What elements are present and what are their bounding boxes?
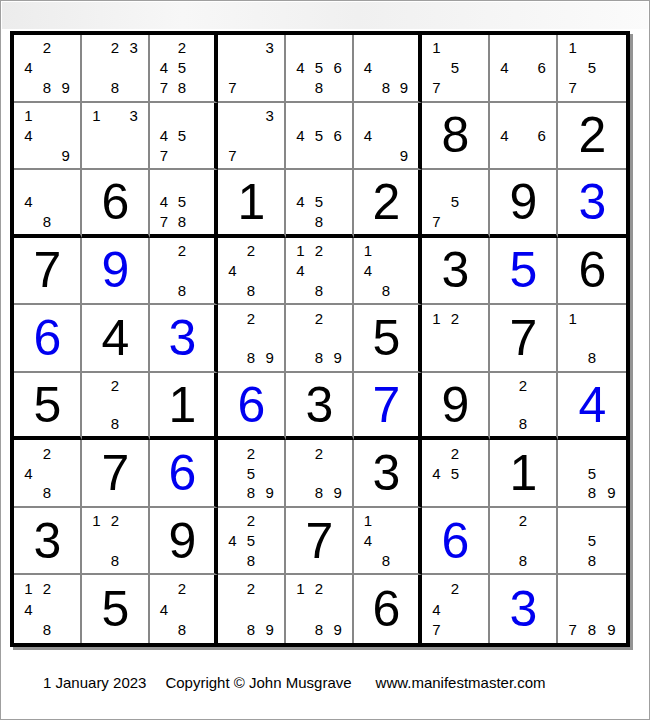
given-digit: 9 (510, 177, 537, 227)
candidate-digit-4: 4 (291, 261, 310, 281)
cell-r3c1[interactable]: 48 (14, 170, 82, 238)
candidate-digit-9: 9 (395, 78, 413, 98)
candidate-empty (427, 58, 446, 78)
cell-r6c9[interactable]: 4 (558, 373, 626, 441)
candidate-empty (242, 38, 261, 58)
candidate-grid: 2458 (218, 508, 284, 574)
cell-r8c5[interactable]: 7 (286, 508, 354, 576)
cell-r6c6[interactable]: 7 (354, 373, 422, 441)
candidate-empty (495, 531, 514, 551)
candidate-empty (464, 211, 483, 230)
candidate-empty (446, 38, 465, 58)
candidate-digit-5: 5 (173, 125, 191, 145)
cell-r8c3[interactable]: 9 (150, 508, 218, 576)
candidate-empty (495, 145, 514, 165)
candidate-digit-1: 1 (359, 511, 377, 531)
cell-r2c5[interactable]: 456 (286, 103, 354, 171)
candidate-grid: 456 (286, 103, 352, 169)
candidate-digit-4: 4 (155, 58, 173, 78)
candidate-empty (427, 328, 446, 348)
candidate-empty (223, 328, 242, 348)
cell-r2c7[interactable]: 8 (422, 103, 490, 171)
cell-r5c3[interactable]: 3 (150, 305, 218, 373)
candidate-empty (223, 511, 242, 531)
candidate-grid: 58 (558, 508, 626, 574)
cell-r1c6[interactable]: 489 (354, 35, 422, 103)
candidate-empty (191, 261, 209, 281)
cell-r6c4[interactable]: 6 (218, 373, 286, 441)
candidate-empty (260, 78, 279, 98)
candidate-empty (464, 308, 483, 328)
cell-r2c9[interactable]: 2 (558, 103, 626, 171)
candidate-empty (56, 38, 75, 58)
candidate-empty (377, 125, 395, 145)
candidate-digit-2: 2 (242, 443, 261, 463)
solved-digit: 3 (579, 177, 606, 227)
candidate-empty (427, 348, 446, 368)
candidate-grid: 28 (82, 373, 148, 437)
candidate-grid: 28 (490, 508, 556, 574)
candidate-empty (242, 145, 261, 165)
candidate-empty (106, 145, 125, 165)
candidate-empty (495, 106, 514, 126)
cell-r7c7[interactable]: 245 (422, 440, 490, 508)
candidate-empty (395, 38, 413, 58)
cell-r1c3[interactable]: 24578 (150, 35, 218, 103)
candidate-empty (495, 414, 514, 433)
candidate-empty (328, 192, 347, 211)
cell-r2c6[interactable]: 49 (354, 103, 422, 171)
candidate-empty (223, 125, 242, 145)
candidate-empty (310, 38, 329, 58)
candidate-digit-8: 8 (173, 619, 191, 640)
candidate-empty (242, 78, 261, 98)
cell-r4c7[interactable]: 3 (422, 238, 490, 306)
candidate-digit-9: 9 (328, 619, 347, 640)
cell-r8c7[interactable]: 6 (422, 508, 490, 576)
candidate-digit-4: 4 (291, 192, 310, 211)
candidate-digit-8: 8 (106, 551, 125, 571)
cell-r5c6[interactable]: 5 (354, 305, 422, 373)
candidate-empty (602, 348, 621, 368)
cell-r6c1[interactable]: 5 (14, 373, 82, 441)
given-digit: 1 (510, 448, 537, 498)
cell-r4c1[interactable]: 7 (14, 238, 82, 306)
candidate-empty (106, 531, 125, 551)
candidate-empty (87, 38, 106, 58)
candidate-empty (191, 38, 209, 58)
candidate-empty (155, 619, 173, 640)
cell-r7c1[interactable]: 248 (14, 440, 82, 508)
cell-r7c8[interactable]: 1 (490, 440, 558, 508)
candidate-grid: 1248 (286, 238, 352, 304)
candidate-digit-8: 8 (310, 483, 329, 503)
candidate-empty (56, 106, 75, 126)
candidate-empty (602, 78, 621, 98)
candidate-empty (155, 261, 173, 281)
candidate-digit-9: 9 (328, 348, 347, 368)
candidate-empty (464, 599, 483, 620)
candidate-empty (56, 619, 75, 640)
candidate-empty (191, 173, 209, 192)
candidate-empty (563, 348, 582, 368)
cell-r5c2[interactable]: 4 (82, 305, 150, 373)
cell-r4c9[interactable]: 6 (558, 238, 626, 306)
candidate-empty (291, 348, 310, 368)
candidate-empty (155, 106, 173, 126)
cell-r7c4[interactable]: 2589 (218, 440, 286, 508)
candidate-empty (38, 463, 57, 483)
cell-r3c3[interactable]: 4578 (150, 170, 218, 238)
candidate-digit-4: 4 (359, 261, 377, 281)
given-digit: 4 (102, 313, 129, 363)
candidate-grid: 2489 (14, 35, 80, 101)
candidate-empty (291, 106, 310, 126)
cell-r6c7[interactable]: 9 (422, 373, 490, 441)
candidate-digit-2: 2 (106, 38, 125, 58)
candidate-empty (223, 348, 242, 368)
cell-r9c1[interactable]: 1248 (14, 575, 82, 643)
cell-r7c5[interactable]: 289 (286, 440, 354, 508)
cell-r8c2[interactable]: 128 (82, 508, 150, 576)
candidate-empty (582, 443, 601, 463)
candidate-digit-8: 8 (38, 211, 57, 230)
cell-r7c9[interactable]: 589 (558, 440, 626, 508)
candidate-digit-7: 7 (155, 78, 173, 98)
candidate-empty (291, 78, 310, 98)
candidate-empty (446, 78, 465, 98)
candidate-empty (191, 106, 209, 126)
candidate-empty (377, 58, 395, 78)
cell-r5c9[interactable]: 18 (558, 305, 626, 373)
candidate-digit-8: 8 (582, 551, 601, 571)
candidate-empty (260, 551, 279, 571)
candidate-empty (38, 173, 57, 192)
candidate-empty (377, 531, 395, 551)
candidate-digit-5: 5 (310, 125, 329, 145)
cell-r3c2[interactable]: 6 (82, 170, 150, 238)
candidate-empty (514, 106, 533, 126)
cell-r1c8[interactable]: 46 (490, 35, 558, 103)
candidate-empty (87, 145, 106, 165)
candidate-empty (359, 280, 377, 300)
cell-r5c7[interactable]: 12 (422, 305, 490, 373)
candidate-digit-3: 3 (260, 38, 279, 58)
candidate-empty (427, 578, 446, 599)
candidate-digit-2: 2 (38, 443, 57, 463)
candidate-digit-8: 8 (242, 280, 261, 300)
candidate-digit-1: 1 (291, 578, 310, 599)
candidate-empty (563, 463, 582, 483)
candidate-digit-4: 4 (359, 125, 377, 145)
candidate-empty (106, 125, 125, 145)
candidate-empty (328, 173, 347, 192)
candidate-empty (56, 463, 75, 483)
candidate-empty (191, 578, 209, 599)
candidate-empty (328, 106, 347, 126)
cell-r1c4[interactable]: 37 (218, 35, 286, 103)
cell-r3c8[interactable]: 9 (490, 170, 558, 238)
candidate-digit-6: 6 (532, 58, 551, 78)
candidate-empty (223, 241, 242, 261)
candidate-empty (260, 599, 279, 620)
candidate-digit-7: 7 (223, 145, 242, 165)
candidate-digit-9: 9 (260, 619, 279, 640)
candidate-empty (291, 173, 310, 192)
cell-r9c5[interactable]: 1289 (286, 575, 354, 643)
candidate-digit-6: 6 (328, 125, 347, 145)
candidate-empty (602, 58, 621, 78)
candidate-empty (464, 443, 483, 463)
candidate-empty (291, 145, 310, 165)
candidate-empty (395, 511, 413, 531)
given-digit: 5 (34, 380, 61, 430)
cell-r4c4[interactable]: 248 (218, 238, 286, 306)
candidate-digit-4: 4 (427, 463, 446, 483)
candidate-empty (427, 483, 446, 503)
candidate-empty (464, 463, 483, 483)
candidate-grid: 245 (422, 440, 488, 506)
cell-r4c6[interactable]: 148 (354, 238, 422, 306)
cell-r5c5[interactable]: 289 (286, 305, 354, 373)
candidate-empty (56, 58, 75, 78)
candidate-empty (328, 211, 347, 230)
cell-r1c5[interactable]: 4568 (286, 35, 354, 103)
candidate-digit-5: 5 (446, 192, 465, 211)
cell-r9c4[interactable]: 289 (218, 575, 286, 643)
candidate-grid: 128 (82, 508, 148, 574)
candidate-grid: 247 (422, 575, 488, 643)
candidate-empty (56, 599, 75, 620)
candidate-empty (56, 578, 75, 599)
candidate-empty (328, 578, 347, 599)
candidate-empty (173, 599, 191, 620)
candidate-empty (242, 58, 261, 78)
cell-r5c1[interactable]: 6 (14, 305, 82, 373)
candidate-empty (427, 443, 446, 463)
candidate-empty (291, 599, 310, 620)
cell-r4c3[interactable]: 28 (150, 238, 218, 306)
candidate-digit-2: 2 (173, 578, 191, 599)
candidate-empty (563, 483, 582, 503)
candidate-empty (56, 483, 75, 503)
candidate-empty (464, 58, 483, 78)
candidate-empty (377, 261, 395, 281)
candidate-digit-2: 2 (310, 241, 329, 261)
cell-r1c9[interactable]: 157 (558, 35, 626, 103)
cell-r9c6[interactable]: 6 (354, 575, 422, 643)
cell-r1c2[interactable]: 238 (82, 35, 150, 103)
candidate-empty (223, 58, 242, 78)
candidate-empty (582, 308, 601, 328)
cell-r9c9[interactable]: 789 (558, 575, 626, 643)
candidate-grid: 48 (14, 170, 80, 234)
candidate-empty (124, 395, 143, 414)
given-digit: 3 (34, 516, 61, 566)
given-digit: 1 (169, 380, 196, 430)
candidate-empty (359, 551, 377, 571)
candidate-digit-1: 1 (291, 241, 310, 261)
candidate-empty (395, 125, 413, 145)
candidate-empty (328, 78, 347, 98)
candidate-empty (291, 211, 310, 230)
solved-digit: 5 (510, 245, 537, 295)
cell-r7c6[interactable]: 3 (354, 440, 422, 508)
cell-r4c8[interactable]: 5 (490, 238, 558, 306)
candidate-empty (223, 308, 242, 328)
cell-r2c3[interactable]: 457 (150, 103, 218, 171)
candidate-empty (191, 619, 209, 640)
candidate-digit-5: 5 (582, 531, 601, 551)
candidate-empty (582, 78, 601, 98)
cell-r7c2[interactable]: 7 (82, 440, 150, 508)
candidate-digit-2: 2 (38, 38, 57, 58)
footer: 1 January 2023Copyright © John Musgravew… (43, 674, 546, 691)
candidate-digit-2: 2 (446, 308, 465, 328)
cell-r8c6[interactable]: 148 (354, 508, 422, 576)
candidate-empty (191, 125, 209, 145)
candidate-empty (242, 328, 261, 348)
candidate-empty (582, 511, 601, 531)
cell-r6c8[interactable]: 28 (490, 373, 558, 441)
candidate-empty (495, 38, 514, 58)
candidate-digit-9: 9 (602, 483, 621, 503)
cell-r2c1[interactable]: 149 (14, 103, 82, 171)
cell-r3c7[interactable]: 57 (422, 170, 490, 238)
candidate-empty (260, 241, 279, 261)
candidate-empty (464, 173, 483, 192)
candidate-grid: 458 (286, 170, 352, 234)
candidate-empty (191, 145, 209, 165)
cell-r4c5[interactable]: 1248 (286, 238, 354, 306)
candidate-empty (563, 511, 582, 531)
candidate-grid: 157 (558, 35, 626, 101)
cell-r6c2[interactable]: 28 (82, 373, 150, 441)
candidate-empty (124, 531, 143, 551)
candidate-digit-8: 8 (582, 348, 601, 368)
candidate-grid: 248 (150, 575, 214, 643)
given-digit: 3 (306, 380, 333, 430)
candidate-empty (191, 78, 209, 98)
candidate-digit-6: 6 (328, 58, 347, 78)
candidate-empty (19, 145, 38, 165)
candidate-empty (56, 211, 75, 230)
candidate-empty (242, 599, 261, 620)
candidate-empty (56, 192, 75, 211)
candidate-grid: 489 (354, 35, 418, 101)
candidate-empty (56, 173, 75, 192)
candidate-empty (602, 551, 621, 571)
header-band (2, 2, 648, 29)
candidate-empty (582, 38, 601, 58)
candidate-empty (260, 308, 279, 328)
cell-r3c5[interactable]: 458 (286, 170, 354, 238)
cell-r8c9[interactable]: 58 (558, 508, 626, 576)
candidate-digit-9: 9 (56, 78, 75, 98)
candidate-digit-2: 2 (106, 376, 125, 395)
candidate-empty (223, 483, 242, 503)
candidate-empty (563, 578, 582, 599)
cell-r2c8[interactable]: 46 (490, 103, 558, 171)
candidate-empty (260, 58, 279, 78)
candidate-grid: 148 (354, 238, 418, 304)
candidate-grid: 4578 (150, 170, 214, 234)
cell-r1c1[interactable]: 2489 (14, 35, 82, 103)
cell-r6c5[interactable]: 3 (286, 373, 354, 441)
candidate-empty (124, 145, 143, 165)
candidate-digit-1: 1 (563, 308, 582, 328)
candidate-empty (191, 211, 209, 230)
candidate-digit-8: 8 (38, 619, 57, 640)
candidate-digit-8: 8 (377, 78, 395, 98)
candidate-empty (427, 173, 446, 192)
candidate-digit-7: 7 (563, 619, 582, 640)
candidate-empty (260, 145, 279, 165)
cell-r3c6[interactable]: 2 (354, 170, 422, 238)
candidate-empty (242, 125, 261, 145)
candidate-digit-2: 2 (242, 241, 261, 261)
cell-r9c8[interactable]: 3 (490, 575, 558, 643)
candidate-grid: 238 (82, 35, 148, 101)
candidate-grid: 13 (82, 103, 148, 169)
cell-r4c2[interactable]: 9 (82, 238, 150, 306)
given-digit: 9 (442, 380, 469, 430)
candidate-digit-8: 8 (582, 483, 601, 503)
candidate-empty (377, 241, 395, 261)
footer-copyright: Copyright © John Musgrave (165, 674, 351, 691)
cell-r9c3[interactable]: 248 (150, 575, 218, 643)
candidate-empty (395, 531, 413, 551)
candidate-empty (328, 261, 347, 281)
cell-r5c8[interactable]: 7 (490, 305, 558, 373)
cell-r3c9[interactable]: 3 (558, 170, 626, 238)
cell-r2c2[interactable]: 13 (82, 103, 150, 171)
cell-r7c3[interactable]: 6 (150, 440, 218, 508)
candidate-empty (124, 414, 143, 433)
candidate-empty (291, 280, 310, 300)
cell-r1c7[interactable]: 157 (422, 35, 490, 103)
candidate-digit-5: 5 (310, 192, 329, 211)
cell-r9c7[interactable]: 247 (422, 575, 490, 643)
candidate-empty (19, 443, 38, 463)
candidate-digit-1: 1 (19, 106, 38, 126)
given-digit: 6 (102, 177, 129, 227)
candidate-digit-7: 7 (427, 211, 446, 230)
cell-r9c2[interactable]: 5 (82, 575, 150, 643)
cell-r5c4[interactable]: 289 (218, 305, 286, 373)
cell-r8c4[interactable]: 2458 (218, 508, 286, 576)
candidate-empty (56, 443, 75, 463)
cell-r3c4[interactable]: 1 (218, 170, 286, 238)
candidate-digit-4: 4 (291, 58, 310, 78)
candidate-digit-1: 1 (427, 38, 446, 58)
candidate-digit-1: 1 (87, 511, 106, 531)
candidate-grid: 28 (150, 238, 214, 304)
candidate-empty (291, 328, 310, 348)
candidate-digit-3: 3 (124, 38, 143, 58)
candidate-digit-4: 4 (19, 463, 38, 483)
candidate-digit-4: 4 (19, 192, 38, 211)
candidate-empty (242, 261, 261, 281)
cell-r6c3[interactable]: 1 (150, 373, 218, 441)
cell-r2c4[interactable]: 37 (218, 103, 286, 171)
candidate-digit-4: 4 (223, 531, 242, 551)
candidate-grid: 157 (422, 35, 488, 101)
candidate-digit-4: 4 (19, 125, 38, 145)
cell-r8c8[interactable]: 28 (490, 508, 558, 576)
cell-r8c1[interactable]: 3 (14, 508, 82, 576)
candidate-digit-1: 1 (359, 241, 377, 261)
